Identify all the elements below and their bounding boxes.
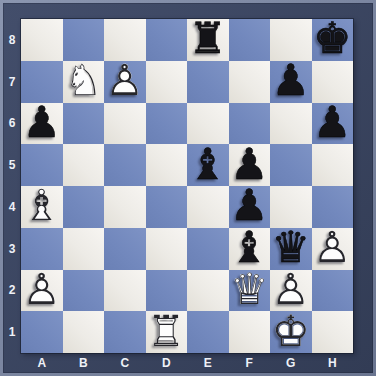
black-bishop-icon: ♝ [187, 144, 229, 186]
square-f1[interactable] [229, 311, 271, 353]
rank-labels: 87654321 [3, 19, 21, 353]
rank-label-7: 7 [3, 61, 21, 103]
square-h2[interactable] [312, 270, 354, 312]
square-h6[interactable]: ♟ [312, 103, 354, 145]
square-a6[interactable]: ♟ [21, 103, 63, 145]
square-d2[interactable] [146, 270, 188, 312]
piece-white-king-g1[interactable]: ♚♔ [270, 311, 312, 353]
square-h1[interactable] [312, 311, 354, 353]
square-b5[interactable] [63, 144, 105, 186]
piece-black-rook-e8[interactable]: ♜ [187, 19, 229, 61]
file-labels: ABCDEFGH [21, 353, 353, 373]
square-a1[interactable] [21, 311, 63, 353]
black-pawn-icon: ♟ [312, 103, 354, 145]
chess-board: ♜♚♞♘♟♙♟♟♟♝♟♝♗♟♝♛♟♙♟♙♛♕♟♙♜♖♚♔ [21, 19, 353, 353]
white-bishop-outline-icon: ♗ [21, 186, 63, 228]
file-label-f: F [229, 353, 271, 373]
black-pawn-icon: ♟ [270, 61, 312, 103]
square-b6[interactable] [63, 103, 105, 145]
piece-white-pawn-g2[interactable]: ♟♙ [270, 270, 312, 312]
square-d6[interactable] [146, 103, 188, 145]
square-f7[interactable] [229, 61, 271, 103]
file-label-g: G [270, 353, 312, 373]
square-a4[interactable]: ♝♗ [21, 186, 63, 228]
white-king-outline-icon: ♔ [270, 311, 312, 353]
rank-label-5: 5 [3, 144, 21, 186]
file-label-h: H [312, 353, 354, 373]
square-g2[interactable]: ♟♙ [270, 270, 312, 312]
white-pawn-outline-icon: ♙ [312, 228, 354, 270]
square-e5[interactable]: ♝ [187, 144, 229, 186]
square-g1[interactable]: ♚♔ [270, 311, 312, 353]
square-d1[interactable]: ♜♖ [146, 311, 188, 353]
square-g7[interactable]: ♟ [270, 61, 312, 103]
square-b7[interactable]: ♞♘ [63, 61, 105, 103]
square-e4[interactable] [187, 186, 229, 228]
square-c6[interactable] [104, 103, 146, 145]
square-e8[interactable]: ♜ [187, 19, 229, 61]
square-c1[interactable] [104, 311, 146, 353]
square-c2[interactable] [104, 270, 146, 312]
square-d5[interactable] [146, 144, 188, 186]
square-e3[interactable] [187, 228, 229, 270]
square-b4[interactable] [63, 186, 105, 228]
square-d3[interactable] [146, 228, 188, 270]
square-e7[interactable] [187, 61, 229, 103]
square-h8[interactable]: ♚ [312, 19, 354, 61]
rank-label-8: 8 [3, 19, 21, 61]
piece-white-queen-f2[interactable]: ♛♕ [229, 270, 271, 312]
rank-label-2: 2 [3, 270, 21, 312]
chess-diagram: ♜♚♞♘♟♙♟♟♟♝♟♝♗♟♝♛♟♙♟♙♛♕♟♙♜♖♚♔ 87654321 AB… [0, 0, 376, 376]
black-pawn-icon: ♟ [21, 103, 63, 145]
board-frame: ♜♚♞♘♟♙♟♟♟♝♟♝♗♟♝♛♟♙♟♙♛♕♟♙♜♖♚♔ 87654321 AB… [3, 3, 373, 373]
piece-white-pawn-a2[interactable]: ♟♙ [21, 270, 63, 312]
square-d7[interactable] [146, 61, 188, 103]
square-c5[interactable] [104, 144, 146, 186]
piece-black-bishop-e5[interactable]: ♝ [187, 144, 229, 186]
square-c7[interactable]: ♟♙ [104, 61, 146, 103]
square-c3[interactable] [104, 228, 146, 270]
rank-label-4: 4 [3, 186, 21, 228]
piece-white-rook-d1[interactable]: ♜♖ [146, 311, 188, 353]
piece-black-pawn-a6[interactable]: ♟ [21, 103, 63, 145]
square-b2[interactable] [63, 270, 105, 312]
square-h5[interactable] [312, 144, 354, 186]
white-knight-outline-icon: ♘ [63, 61, 105, 103]
piece-white-knight-b7[interactable]: ♞♘ [63, 61, 105, 103]
square-f2[interactable]: ♛♕ [229, 270, 271, 312]
square-f8[interactable] [229, 19, 271, 61]
file-label-b: B [63, 353, 105, 373]
square-a2[interactable]: ♟♙ [21, 270, 63, 312]
square-g6[interactable] [270, 103, 312, 145]
file-label-d: D [146, 353, 188, 373]
piece-white-pawn-h3[interactable]: ♟♙ [312, 228, 354, 270]
rank-label-6: 6 [3, 103, 21, 145]
piece-white-bishop-a4[interactable]: ♝♗ [21, 186, 63, 228]
file-label-e: E [187, 353, 229, 373]
file-label-c: C [104, 353, 146, 373]
square-f6[interactable] [229, 103, 271, 145]
rank-label-3: 3 [3, 228, 21, 270]
white-pawn-outline-icon: ♙ [270, 270, 312, 312]
square-d4[interactable] [146, 186, 188, 228]
square-b3[interactable] [63, 228, 105, 270]
square-b1[interactable] [63, 311, 105, 353]
white-rook-outline-icon: ♖ [146, 311, 188, 353]
square-d8[interactable] [146, 19, 188, 61]
piece-black-king-h8[interactable]: ♚ [312, 19, 354, 61]
piece-white-pawn-c7[interactable]: ♟♙ [104, 61, 146, 103]
square-g5[interactable] [270, 144, 312, 186]
square-e1[interactable] [187, 311, 229, 353]
file-label-a: A [21, 353, 63, 373]
square-e6[interactable] [187, 103, 229, 145]
piece-black-pawn-h6[interactable]: ♟ [312, 103, 354, 145]
square-h3[interactable]: ♟♙ [312, 228, 354, 270]
black-king-icon: ♚ [312, 19, 354, 61]
white-queen-outline-icon: ♕ [229, 270, 271, 312]
piece-black-pawn-g7[interactable]: ♟ [270, 61, 312, 103]
square-c4[interactable] [104, 186, 146, 228]
white-pawn-outline-icon: ♙ [104, 61, 146, 103]
square-a8[interactable] [21, 19, 63, 61]
rank-label-1: 1 [3, 311, 21, 353]
square-e2[interactable] [187, 270, 229, 312]
white-pawn-outline-icon: ♙ [21, 270, 63, 312]
black-rook-icon: ♜ [187, 19, 229, 61]
